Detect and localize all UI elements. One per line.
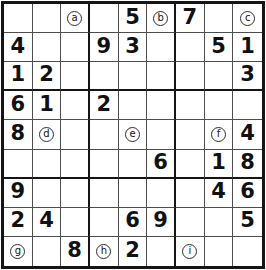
given-digit: 4 [240,123,255,144]
cell-r3c2[interactable]: 2 [33,62,62,91]
cell-r7c4[interactable] [90,179,119,208]
cell-r6c6[interactable]: 6 [147,150,176,179]
given-digit: 9 [97,36,112,57]
cell-r2c3[interactable] [61,33,90,62]
cell-r9c7[interactable]: i [176,237,205,266]
cell-r1c6[interactable]: b [147,4,176,33]
cell-r1c1[interactable] [4,4,33,33]
given-digit: 4 [39,210,54,231]
cell-r8c4[interactable] [90,208,119,237]
cell-r4c4[interactable]: 2 [90,91,119,120]
cell-r2c4[interactable]: 9 [90,33,119,62]
cell-r4c5[interactable] [119,91,148,120]
cell-r6c1[interactable] [4,150,33,179]
cell-r8c1[interactable]: 2 [4,208,33,237]
cell-r5c8[interactable]: f [205,120,234,149]
sudoku-board: a5b7c493511236128def461894624695g8h2i [1,1,265,269]
cell-r4c2[interactable]: 1 [33,91,62,120]
given-digit: 9 [153,210,168,231]
cell-r3c3[interactable] [61,62,90,91]
cell-r8c6[interactable]: 9 [147,208,176,237]
circled-letter-g: g [10,244,25,259]
given-digit: 4 [211,181,226,202]
cell-r5c6[interactable] [147,120,176,149]
given-digit: 3 [240,64,255,85]
circled-letter-c: c [240,11,255,26]
cell-r3c1[interactable]: 1 [4,62,33,91]
cell-r4c6[interactable] [147,91,176,120]
given-digit: 8 [11,123,26,144]
cell-r9c2[interactable] [33,237,62,266]
cell-r1c7[interactable]: 7 [176,4,205,33]
circled-letter-f: f [211,127,226,142]
cell-r1c4[interactable] [90,4,119,33]
cell-r3c5[interactable] [119,62,148,91]
cell-r4c3[interactable] [61,91,90,120]
circled-letter-i: i [182,244,197,259]
cell-r9c9[interactable] [233,237,262,266]
cell-r6c4[interactable] [90,150,119,179]
cell-r4c1[interactable]: 6 [4,91,33,120]
given-digit: 5 [211,36,226,57]
given-digit: 6 [153,152,168,173]
circled-letter-h: h [96,244,111,259]
given-digit: 8 [67,240,82,261]
given-digit: 5 [240,210,255,231]
cell-r7c5[interactable] [119,179,148,208]
given-digit: 6 [125,210,140,231]
given-digit: 3 [125,36,140,57]
cell-r5c7[interactable] [176,120,205,149]
given-digit: 1 [11,64,26,85]
cell-r5c2[interactable]: d [33,120,62,149]
circled-letter-b: b [153,11,168,26]
cell-r6c9[interactable]: 8 [233,150,262,179]
cell-r8c5[interactable]: 6 [119,208,148,237]
circled-letter-e: e [125,127,140,142]
cell-r6c7[interactable] [176,150,205,179]
cell-r8c2[interactable]: 4 [33,208,62,237]
cell-r2c5[interactable]: 3 [119,33,148,62]
given-digit: 2 [39,64,54,85]
given-digit: 1 [39,94,54,115]
cell-r1c9[interactable]: c [233,4,262,33]
cell-r1c3[interactable]: a [61,4,90,33]
cell-r9c3[interactable]: 8 [61,237,90,266]
cell-r8c9[interactable]: 5 [233,208,262,237]
cell-r7c3[interactable] [61,179,90,208]
cell-r4c7[interactable] [176,91,205,120]
given-digit: 7 [183,7,198,28]
cell-r1c5[interactable]: 5 [119,4,148,33]
given-digit: 8 [240,152,255,173]
cell-r8c7[interactable] [176,208,205,237]
cell-r9c8[interactable] [205,237,234,266]
cell-r2c1[interactable]: 4 [4,33,33,62]
cell-r2c2[interactable] [33,33,62,62]
cell-r4c8[interactable] [205,91,234,120]
cell-r3c4[interactable] [90,62,119,91]
given-digit: 6 [240,181,255,202]
cell-r2c7[interactable] [176,33,205,62]
given-digit: 9 [11,181,26,202]
cell-r5c3[interactable] [61,120,90,149]
cell-r2c9[interactable]: 1 [233,33,262,62]
cell-r9c6[interactable] [147,237,176,266]
cell-r3c7[interactable] [176,62,205,91]
cell-r5c9[interactable]: 4 [233,120,262,149]
given-digit: 6 [11,94,26,115]
given-digit: 4 [11,36,26,57]
cell-r9c5[interactable]: 2 [119,237,148,266]
cell-r3c6[interactable] [147,62,176,91]
cell-r7c2[interactable] [33,179,62,208]
cell-r1c8[interactable] [205,4,234,33]
circled-letter-d: d [39,127,54,142]
given-digit: 2 [97,94,112,115]
cell-r6c5[interactable] [119,150,148,179]
cell-r9c1[interactable]: g [4,237,33,266]
cell-r5c5[interactable]: e [119,120,148,149]
cell-r9c4[interactable]: h [90,237,119,266]
cell-r6c8[interactable]: 1 [205,150,234,179]
given-digit: 2 [11,210,26,231]
cell-r2c6[interactable] [147,33,176,62]
cell-r5c1[interactable]: 8 [4,120,33,149]
cell-r3c9[interactable]: 3 [233,62,262,91]
cell-r7c8[interactable]: 4 [205,179,234,208]
given-digit: 1 [211,152,226,173]
cell-r6c2[interactable] [33,150,62,179]
cell-r7c7[interactable] [176,179,205,208]
cell-r3c8[interactable] [205,62,234,91]
cell-r1c2[interactable] [33,4,62,33]
sudoku-puzzle: a5b7c493511236128def461894624695g8h2i [0,0,266,270]
cell-r7c1[interactable]: 9 [4,179,33,208]
cell-r8c8[interactable] [205,208,234,237]
given-digit: 1 [240,36,255,57]
cell-r5c4[interactable] [90,120,119,149]
cell-r7c9[interactable]: 6 [233,179,262,208]
given-digit: 2 [125,240,140,261]
cell-r8c3[interactable] [61,208,90,237]
cell-r2c8[interactable]: 5 [205,33,234,62]
cell-r7c6[interactable] [147,179,176,208]
circled-letter-a: a [67,11,82,26]
cell-r4c9[interactable] [233,91,262,120]
cell-r6c3[interactable] [61,150,90,179]
given-digit: 5 [125,7,140,28]
